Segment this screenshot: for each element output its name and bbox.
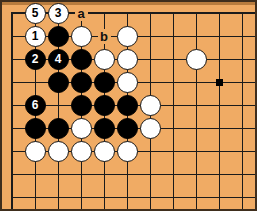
- stone-black: [48, 118, 69, 139]
- stone-white: [186, 49, 207, 70]
- stone-white: [117, 26, 138, 47]
- stone-black: [71, 72, 92, 93]
- go-diagram: 531246ab: [0, 0, 257, 211]
- stone-black: [48, 72, 69, 93]
- stone-white: [117, 49, 138, 70]
- stone-white: [71, 141, 92, 162]
- point-label-b: b: [98, 29, 111, 44]
- stone-white: [117, 141, 138, 162]
- stone-white: [71, 26, 92, 47]
- stone-white-3: 3: [48, 3, 69, 24]
- stone-white: [71, 118, 92, 139]
- stone-white: [94, 141, 115, 162]
- stone-black: [25, 118, 46, 139]
- stone-black: [117, 118, 138, 139]
- stone-black: [94, 95, 115, 116]
- stone-white: [117, 72, 138, 93]
- stone-white: [48, 141, 69, 162]
- stone-black: [94, 118, 115, 139]
- stone-black: [71, 49, 92, 70]
- stone-black: [117, 95, 138, 116]
- stone-black-6: 6: [25, 95, 46, 116]
- stone-white-1: 1: [25, 26, 46, 47]
- stone-white-5: 5: [25, 3, 46, 24]
- stone-black-2: 2: [25, 49, 46, 70]
- stone-white: [94, 49, 115, 70]
- stone-black-4: 4: [48, 49, 69, 70]
- stone-white: [140, 118, 161, 139]
- stone-black: [94, 72, 115, 93]
- square-marker: [216, 79, 223, 86]
- stone-black: [48, 26, 69, 47]
- point-label-a: a: [75, 6, 88, 21]
- stone-white: [25, 141, 46, 162]
- stone-black: [71, 95, 92, 116]
- stones-layer: 531246ab: [2, 2, 255, 209]
- stone-white: [140, 95, 161, 116]
